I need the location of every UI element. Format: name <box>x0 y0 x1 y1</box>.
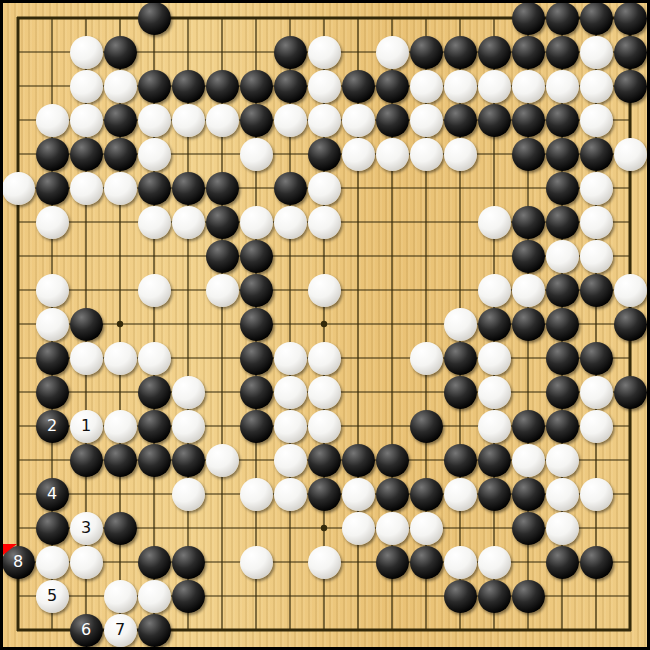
white-stone[interactable] <box>444 546 477 579</box>
black-stone[interactable] <box>512 36 545 69</box>
white-stone[interactable] <box>614 138 647 171</box>
black-stone[interactable] <box>206 206 239 239</box>
white-stone[interactable] <box>240 546 273 579</box>
black-stone[interactable] <box>138 70 171 103</box>
white-stone[interactable] <box>512 444 545 477</box>
white-stone[interactable] <box>36 274 69 307</box>
white-stone[interactable] <box>580 70 613 103</box>
white-stone[interactable] <box>138 104 171 137</box>
black-stone[interactable] <box>36 172 69 205</box>
black-stone[interactable] <box>444 342 477 375</box>
black-stone[interactable] <box>546 376 579 409</box>
black-stone[interactable] <box>512 308 545 341</box>
white-stone[interactable] <box>444 308 477 341</box>
black-stone[interactable] <box>240 308 273 341</box>
move-number-label: 6 <box>81 622 91 638</box>
white-stone[interactable] <box>478 410 511 443</box>
white-stone[interactable] <box>580 478 613 511</box>
white-stone[interactable] <box>546 240 579 273</box>
white-stone[interactable] <box>274 376 307 409</box>
black-stone[interactable] <box>410 36 443 69</box>
white-stone[interactable] <box>274 342 307 375</box>
white-stone[interactable] <box>410 70 443 103</box>
white-stone[interactable] <box>36 308 69 341</box>
white-stone[interactable] <box>580 410 613 443</box>
last-move-marker-icon <box>3 544 17 555</box>
black-stone[interactable] <box>376 478 409 511</box>
black-stone[interactable] <box>172 580 205 613</box>
black-stone[interactable] <box>580 342 613 375</box>
white-stone[interactable] <box>138 138 171 171</box>
black-stone[interactable] <box>512 512 545 545</box>
black-stone[interactable] <box>546 172 579 205</box>
black-stone[interactable] <box>308 478 341 511</box>
black-stone[interactable] <box>138 410 171 443</box>
black-stone[interactable] <box>410 478 443 511</box>
white-stone[interactable] <box>240 138 273 171</box>
white-stone[interactable] <box>308 104 341 137</box>
black-stone[interactable] <box>444 376 477 409</box>
black-stone[interactable] <box>478 104 511 137</box>
white-stone[interactable] <box>478 274 511 307</box>
white-stone[interactable] <box>70 70 103 103</box>
white-stone[interactable] <box>274 206 307 239</box>
white-stone[interactable] <box>546 70 579 103</box>
white-stone[interactable] <box>36 104 69 137</box>
white-stone[interactable] <box>104 342 137 375</box>
black-stone[interactable] <box>104 138 137 171</box>
white-stone[interactable] <box>308 546 341 579</box>
move-number-label: 2 <box>47 418 57 434</box>
white-stone[interactable] <box>308 36 341 69</box>
white-stone[interactable] <box>274 444 307 477</box>
go-board[interactable]: 21438567 <box>0 0 650 650</box>
white-stone[interactable] <box>104 580 137 613</box>
white-stone[interactable] <box>206 274 239 307</box>
black-stone[interactable]: 4 <box>36 478 69 511</box>
white-stone[interactable] <box>172 376 205 409</box>
white-stone[interactable] <box>580 206 613 239</box>
white-stone[interactable] <box>138 206 171 239</box>
white-stone[interactable] <box>410 138 443 171</box>
white-stone[interactable] <box>104 70 137 103</box>
white-stone[interactable] <box>70 546 103 579</box>
black-stone[interactable] <box>104 104 137 137</box>
black-stone[interactable] <box>546 206 579 239</box>
black-stone[interactable] <box>614 36 647 69</box>
black-stone[interactable] <box>614 2 647 35</box>
black-stone[interactable] <box>444 444 477 477</box>
black-stone[interactable] <box>274 172 307 205</box>
white-stone[interactable] <box>444 478 477 511</box>
black-stone[interactable] <box>342 70 375 103</box>
white-stone[interactable] <box>546 444 579 477</box>
white-stone[interactable] <box>410 512 443 545</box>
black-stone[interactable] <box>308 444 341 477</box>
white-stone[interactable] <box>104 172 137 205</box>
white-stone[interactable] <box>410 342 443 375</box>
black-stone[interactable] <box>104 512 137 545</box>
black-stone[interactable] <box>138 546 171 579</box>
black-stone[interactable] <box>478 444 511 477</box>
black-stone[interactable] <box>512 206 545 239</box>
white-stone[interactable] <box>342 512 375 545</box>
white-stone[interactable] <box>580 36 613 69</box>
black-stone[interactable] <box>36 376 69 409</box>
white-stone[interactable] <box>342 478 375 511</box>
black-stone[interactable] <box>580 274 613 307</box>
black-stone[interactable] <box>614 308 647 341</box>
move-number-label: 1 <box>81 418 91 434</box>
white-stone[interactable]: 5 <box>36 580 69 613</box>
black-stone[interactable] <box>36 138 69 171</box>
black-stone[interactable] <box>512 104 545 137</box>
black-stone[interactable] <box>512 2 545 35</box>
black-stone[interactable] <box>614 70 647 103</box>
black-stone[interactable] <box>546 342 579 375</box>
black-stone[interactable] <box>240 274 273 307</box>
move-number-label: 3 <box>81 520 91 536</box>
white-stone[interactable] <box>138 580 171 613</box>
black-stone[interactable]: 2 <box>36 410 69 443</box>
black-stone[interactable] <box>342 444 375 477</box>
white-stone[interactable] <box>478 70 511 103</box>
white-stone[interactable] <box>70 342 103 375</box>
white-stone[interactable] <box>342 138 375 171</box>
white-stone[interactable] <box>444 138 477 171</box>
black-stone[interactable] <box>138 376 171 409</box>
white-stone[interactable] <box>308 70 341 103</box>
black-stone[interactable] <box>138 444 171 477</box>
white-stone[interactable] <box>308 274 341 307</box>
black-stone[interactable] <box>240 240 273 273</box>
black-stone[interactable] <box>206 172 239 205</box>
white-stone[interactable] <box>308 410 341 443</box>
black-stone[interactable] <box>104 444 137 477</box>
black-stone[interactable] <box>410 546 443 579</box>
white-stone[interactable]: 1 <box>70 410 103 443</box>
white-stone[interactable] <box>36 546 69 579</box>
white-stone[interactable] <box>546 478 579 511</box>
black-stone[interactable] <box>478 478 511 511</box>
white-stone[interactable] <box>206 444 239 477</box>
move-number-label: 7 <box>115 622 125 638</box>
white-stone[interactable] <box>410 104 443 137</box>
black-stone[interactable] <box>546 546 579 579</box>
black-stone[interactable] <box>580 546 613 579</box>
black-stone[interactable] <box>546 138 579 171</box>
move-number-label: 8 <box>13 554 23 570</box>
white-stone[interactable] <box>308 206 341 239</box>
black-stone[interactable] <box>546 274 579 307</box>
black-stone[interactable] <box>478 580 511 613</box>
white-stone[interactable] <box>478 342 511 375</box>
black-stone[interactable] <box>274 36 307 69</box>
black-stone[interactable] <box>172 172 205 205</box>
white-stone[interactable] <box>104 410 137 443</box>
black-stone[interactable] <box>376 104 409 137</box>
black-stone[interactable] <box>512 478 545 511</box>
black-stone[interactable] <box>614 376 647 409</box>
black-stone[interactable] <box>240 376 273 409</box>
white-stone[interactable] <box>172 206 205 239</box>
black-stone[interactable] <box>240 410 273 443</box>
white-stone[interactable] <box>138 342 171 375</box>
black-stone[interactable] <box>240 342 273 375</box>
black-stone[interactable] <box>546 308 579 341</box>
black-stone[interactable]: 6 <box>70 614 103 647</box>
black-stone[interactable] <box>70 308 103 341</box>
white-stone[interactable] <box>308 342 341 375</box>
black-stone[interactable] <box>240 104 273 137</box>
black-stone[interactable] <box>512 410 545 443</box>
white-stone[interactable] <box>308 376 341 409</box>
white-stone[interactable] <box>444 70 477 103</box>
white-stone[interactable] <box>172 410 205 443</box>
black-stone[interactable] <box>104 36 137 69</box>
black-stone[interactable] <box>512 580 545 613</box>
white-stone[interactable] <box>240 478 273 511</box>
white-stone[interactable] <box>512 70 545 103</box>
white-stone[interactable] <box>478 546 511 579</box>
black-stone[interactable] <box>240 70 273 103</box>
white-stone[interactable] <box>138 274 171 307</box>
black-stone[interactable] <box>138 2 171 35</box>
black-stone[interactable] <box>274 70 307 103</box>
black-stone[interactable] <box>410 410 443 443</box>
white-stone[interactable] <box>478 206 511 239</box>
black-stone[interactable] <box>308 138 341 171</box>
white-stone[interactable] <box>2 172 35 205</box>
black-stone[interactable] <box>172 546 205 579</box>
white-stone[interactable] <box>240 206 273 239</box>
white-stone[interactable] <box>376 36 409 69</box>
black-stone[interactable] <box>36 512 69 545</box>
move-number-label: 4 <box>47 486 57 502</box>
black-stone[interactable] <box>206 70 239 103</box>
white-stone[interactable] <box>580 172 613 205</box>
black-stone[interactable] <box>70 138 103 171</box>
black-stone[interactable] <box>512 138 545 171</box>
black-stone[interactable] <box>478 36 511 69</box>
black-stone[interactable] <box>546 2 579 35</box>
black-stone[interactable] <box>70 444 103 477</box>
black-stone[interactable] <box>206 240 239 273</box>
white-stone[interactable] <box>546 512 579 545</box>
white-stone[interactable] <box>274 478 307 511</box>
white-stone[interactable] <box>274 410 307 443</box>
white-stone[interactable] <box>580 376 613 409</box>
black-stone[interactable] <box>546 104 579 137</box>
white-stone[interactable] <box>376 512 409 545</box>
white-stone[interactable] <box>308 172 341 205</box>
black-stone[interactable] <box>444 36 477 69</box>
black-stone[interactable] <box>376 70 409 103</box>
black-stone[interactable] <box>36 342 69 375</box>
black-stone[interactable] <box>546 410 579 443</box>
white-stone[interactable] <box>342 104 375 137</box>
white-stone[interactable] <box>614 274 647 307</box>
white-stone[interactable] <box>580 240 613 273</box>
black-stone[interactable] <box>172 70 205 103</box>
black-stone[interactable] <box>512 240 545 273</box>
white-stone[interactable]: 7 <box>104 614 137 647</box>
black-stone[interactable] <box>138 614 171 647</box>
white-stone[interactable] <box>172 478 205 511</box>
black-stone[interactable] <box>172 444 205 477</box>
white-stone[interactable] <box>274 104 307 137</box>
go-app: 21438567 <box>0 0 650 650</box>
black-stone[interactable] <box>580 2 613 35</box>
black-stone[interactable] <box>478 308 511 341</box>
white-stone[interactable] <box>580 104 613 137</box>
black-stone[interactable] <box>138 172 171 205</box>
white-stone[interactable] <box>376 138 409 171</box>
black-stone[interactable] <box>444 104 477 137</box>
white-stone[interactable] <box>70 104 103 137</box>
black-stone[interactable] <box>580 138 613 171</box>
white-stone[interactable]: 3 <box>70 512 103 545</box>
black-stone[interactable] <box>546 36 579 69</box>
white-stone[interactable] <box>36 206 69 239</box>
move-number-label: 5 <box>47 588 57 604</box>
black-stone[interactable] <box>376 444 409 477</box>
black-stone[interactable] <box>444 580 477 613</box>
white-stone[interactable] <box>512 274 545 307</box>
black-stone[interactable] <box>376 546 409 579</box>
white-stone[interactable] <box>206 104 239 137</box>
white-stone[interactable] <box>478 376 511 409</box>
white-stone[interactable] <box>172 104 205 137</box>
white-stone[interactable] <box>70 36 103 69</box>
white-stone[interactable] <box>70 172 103 205</box>
